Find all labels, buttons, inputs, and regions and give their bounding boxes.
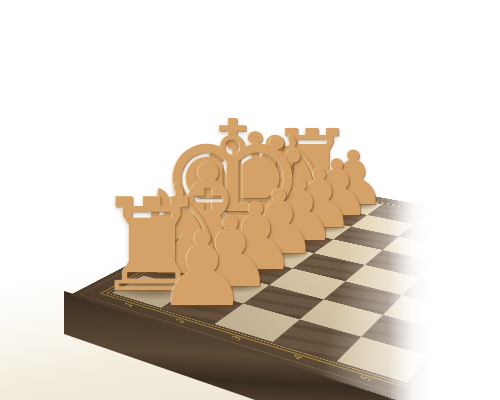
pieces-layer: ♜♟♞♟♝♟♛♟♚♟♝♟♞♟♜♟ (0, 0, 500, 400)
white-pawn[interactable]: ♟ (151, 218, 254, 321)
